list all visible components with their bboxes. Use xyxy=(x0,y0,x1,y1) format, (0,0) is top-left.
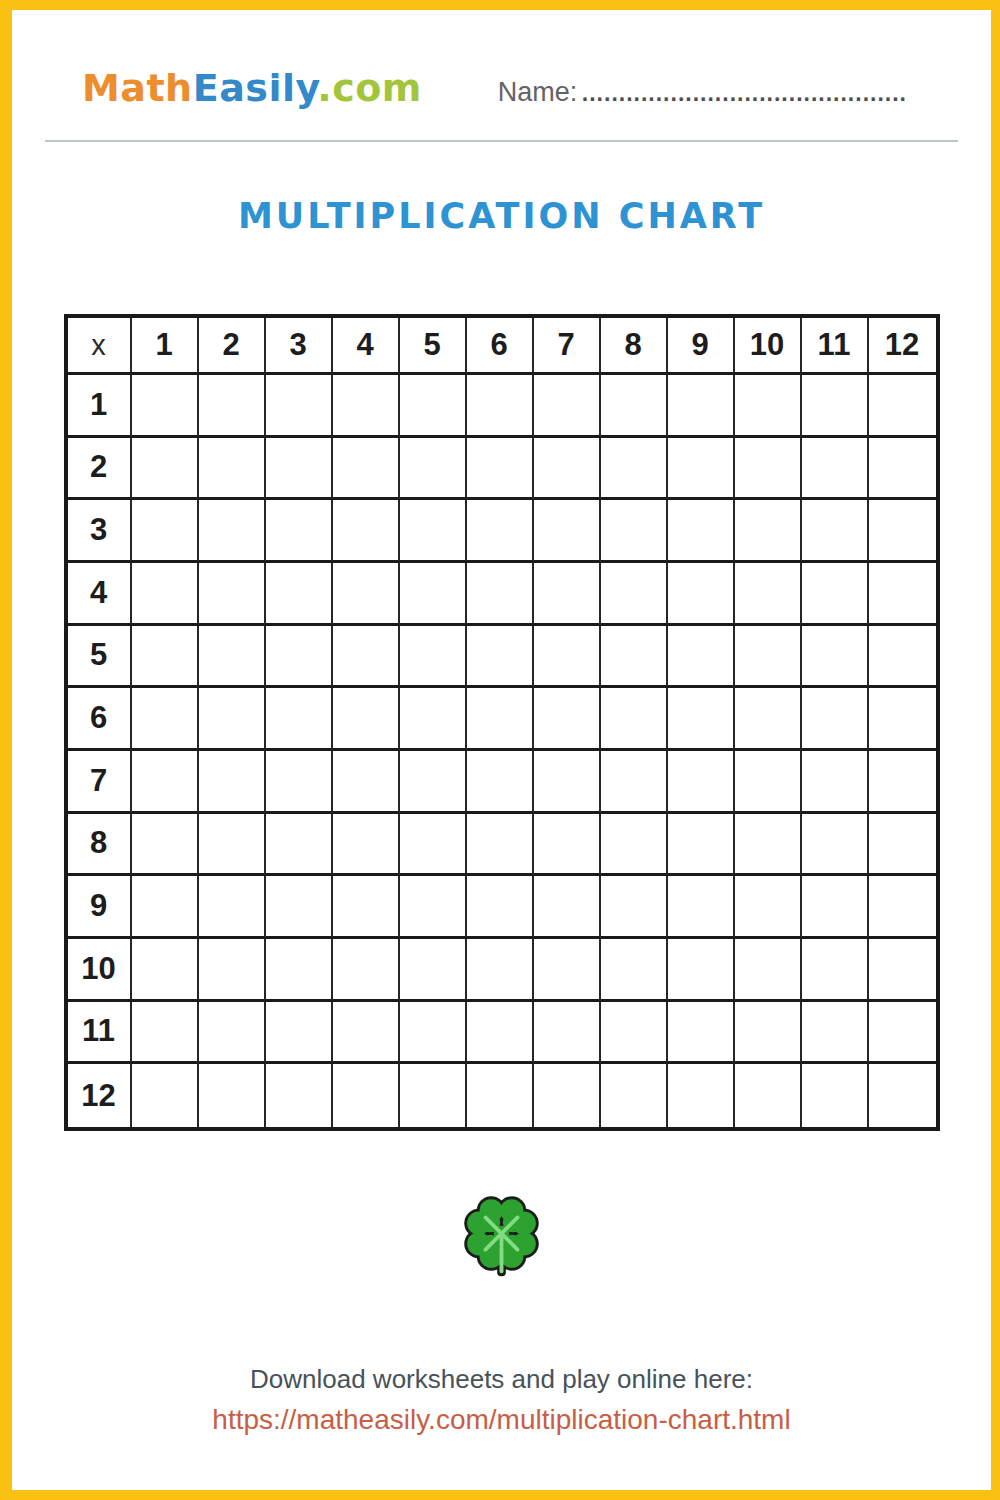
grid-cell xyxy=(534,563,601,626)
grid-cell xyxy=(601,939,668,1002)
grid-cell xyxy=(534,438,601,501)
logo-easily-part: Easily xyxy=(193,66,318,110)
grid-cell xyxy=(467,626,534,689)
grid-cell xyxy=(199,438,266,501)
grid-cell xyxy=(802,563,869,626)
grid-cell xyxy=(534,814,601,877)
grid-cell xyxy=(467,1002,534,1065)
grid-cell xyxy=(802,626,869,689)
grid-cell xyxy=(869,375,936,438)
grid-cell xyxy=(467,814,534,877)
grid-cell xyxy=(132,500,199,563)
grid-cell xyxy=(400,1002,467,1065)
grid-cell xyxy=(534,1002,601,1065)
grid-cell xyxy=(735,751,802,814)
grid-cell xyxy=(266,626,333,689)
grid-cell xyxy=(400,500,467,563)
grid-cell xyxy=(735,939,802,1002)
grid-cell xyxy=(601,626,668,689)
grid-cell xyxy=(132,1064,199,1127)
grid-cell xyxy=(802,438,869,501)
grid-cell xyxy=(601,375,668,438)
grid-col-header: 11 xyxy=(802,318,869,375)
grid-cell xyxy=(467,688,534,751)
grid-cell xyxy=(467,438,534,501)
grid-cell xyxy=(869,939,936,1002)
grid-cell xyxy=(132,1002,199,1065)
grid-cell xyxy=(400,563,467,626)
logo-com-part: .com xyxy=(317,66,422,110)
grid-col-header: 9 xyxy=(668,318,735,375)
grid-cell xyxy=(333,500,400,563)
grid-row-header: 5 xyxy=(68,626,132,689)
grid-col-header: 10 xyxy=(735,318,802,375)
grid-corner-cell: x xyxy=(68,318,132,375)
grid-cell xyxy=(601,500,668,563)
grid-cell xyxy=(132,438,199,501)
grid-cell xyxy=(534,688,601,751)
grid-cell xyxy=(400,814,467,877)
grid-cell xyxy=(199,688,266,751)
grid-cell xyxy=(132,814,199,877)
grid-cell xyxy=(400,876,467,939)
grid-cell xyxy=(467,563,534,626)
grid-cell xyxy=(266,1002,333,1065)
grid-cell xyxy=(132,939,199,1002)
grid-row-header: 2 xyxy=(68,438,132,501)
grid-cell xyxy=(199,1064,266,1127)
grid-cell xyxy=(802,1002,869,1065)
grid-cell xyxy=(735,626,802,689)
grid-cell xyxy=(199,814,266,877)
grid-cell xyxy=(802,751,869,814)
grid-cell xyxy=(132,626,199,689)
grid-cell xyxy=(601,438,668,501)
grid-cell xyxy=(333,375,400,438)
grid-cell xyxy=(869,688,936,751)
grid-cell xyxy=(400,375,467,438)
grid-col-header: 8 xyxy=(601,318,668,375)
matheasily-logo: MathEasily.com xyxy=(82,66,422,110)
grid-row-header: 3 xyxy=(68,500,132,563)
grid-cell xyxy=(266,500,333,563)
grid-cell xyxy=(735,500,802,563)
grid-cell xyxy=(869,438,936,501)
grid-col-header: 6 xyxy=(467,318,534,375)
page-header: MathEasily.com Name: ...................… xyxy=(12,10,991,110)
grid-cell xyxy=(266,1064,333,1127)
grid-cell xyxy=(333,438,400,501)
grid-row-header: 12 xyxy=(68,1064,132,1127)
grid-cell xyxy=(199,500,266,563)
grid-cell xyxy=(668,876,735,939)
grid-cell xyxy=(668,751,735,814)
name-field: Name: ..................................… xyxy=(498,77,907,108)
grid-cell xyxy=(266,939,333,1002)
grid-cell xyxy=(869,1002,936,1065)
grid-cell xyxy=(668,688,735,751)
grid-cell xyxy=(601,1002,668,1065)
footer-url: https://matheasily.com/multiplication-ch… xyxy=(12,1404,991,1436)
grid-cell xyxy=(333,626,400,689)
grid-cell xyxy=(601,814,668,877)
grid-cell xyxy=(534,626,601,689)
grid-cell xyxy=(802,939,869,1002)
grid-cell xyxy=(132,375,199,438)
grid-cell xyxy=(199,876,266,939)
grid-cell xyxy=(735,876,802,939)
name-label: Name: xyxy=(498,77,578,107)
grid-cell xyxy=(132,688,199,751)
grid-col-header: 1 xyxy=(132,318,199,375)
grid-cell xyxy=(735,563,802,626)
grid-cell xyxy=(400,1064,467,1127)
grid-row-header: 6 xyxy=(68,688,132,751)
grid-cell xyxy=(199,751,266,814)
grid-cell xyxy=(802,1064,869,1127)
grid-cell xyxy=(869,500,936,563)
grid-cell xyxy=(668,814,735,877)
grid-cell xyxy=(735,814,802,877)
grid-cell xyxy=(534,939,601,1002)
grid-cell xyxy=(668,438,735,501)
grid-cell xyxy=(333,939,400,1002)
grid-cell xyxy=(333,1064,400,1127)
grid-cell xyxy=(802,375,869,438)
grid-cell xyxy=(467,939,534,1002)
grid-row-header: 1 xyxy=(68,375,132,438)
grid-cell xyxy=(534,876,601,939)
grid-cell xyxy=(601,876,668,939)
grid-cell xyxy=(869,626,936,689)
grid-row-header: 4 xyxy=(68,563,132,626)
worksheet-page: MathEasily.com Name: ...................… xyxy=(0,0,1000,1500)
grid-cell xyxy=(467,500,534,563)
grid-cell xyxy=(534,500,601,563)
grid-cell xyxy=(869,563,936,626)
grid-cell xyxy=(400,751,467,814)
grid-cell xyxy=(601,1064,668,1127)
grid-cell xyxy=(869,814,936,877)
clover-wrap xyxy=(12,1185,991,1282)
grid-cell xyxy=(534,375,601,438)
grid-cell xyxy=(735,688,802,751)
grid-cell xyxy=(333,751,400,814)
multiplication-grid: x123456789101112123456789101112 xyxy=(64,314,940,1131)
grid-cell xyxy=(869,751,936,814)
grid-cell xyxy=(601,688,668,751)
grid-cell xyxy=(132,563,199,626)
grid-cell xyxy=(266,876,333,939)
grid-cell xyxy=(534,751,601,814)
grid-cell xyxy=(735,1064,802,1127)
grid-cell xyxy=(802,876,869,939)
grid-cell xyxy=(199,375,266,438)
grid-row-header: 8 xyxy=(68,814,132,877)
grid-cell xyxy=(199,563,266,626)
grid-cell xyxy=(668,626,735,689)
grid-cell xyxy=(668,375,735,438)
grid-cell xyxy=(266,751,333,814)
grid-col-header: 12 xyxy=(869,318,936,375)
page-title: MULTIPLICATION CHART xyxy=(12,196,991,236)
grid-col-header: 2 xyxy=(199,318,266,375)
logo-math-part: Math xyxy=(82,66,193,110)
grid-cell xyxy=(333,876,400,939)
grid-cell xyxy=(802,688,869,751)
grid-cell xyxy=(668,1064,735,1127)
grid-col-header: 5 xyxy=(400,318,467,375)
grid-cell xyxy=(735,375,802,438)
grid-cell xyxy=(869,876,936,939)
grid-cell xyxy=(467,876,534,939)
grid-col-header: 7 xyxy=(534,318,601,375)
grid-cell xyxy=(467,1064,534,1127)
grid-cell xyxy=(735,438,802,501)
grid-cell xyxy=(467,751,534,814)
grid-cell xyxy=(132,751,199,814)
grid-cell xyxy=(266,563,333,626)
grid-cell xyxy=(400,688,467,751)
grid-cell xyxy=(333,688,400,751)
grid-cell xyxy=(601,563,668,626)
grid-cell xyxy=(400,939,467,1002)
grid-cell xyxy=(668,500,735,563)
grid-row-header: 7 xyxy=(68,751,132,814)
grid-cell xyxy=(668,1002,735,1065)
grid-cell xyxy=(199,939,266,1002)
grid-cell xyxy=(266,375,333,438)
name-dotted-line: ........................................… xyxy=(582,80,907,106)
footer-text: Download worksheets and play online here… xyxy=(12,1364,991,1395)
grid-cell xyxy=(467,375,534,438)
grid-cell xyxy=(735,1002,802,1065)
grid-cell xyxy=(601,751,668,814)
header-divider xyxy=(45,140,958,142)
clover-icon xyxy=(453,1185,550,1282)
grid-col-header: 3 xyxy=(266,318,333,375)
grid-cell xyxy=(534,1064,601,1127)
grid-cell xyxy=(333,1002,400,1065)
grid-cell xyxy=(400,626,467,689)
grid-cell xyxy=(266,438,333,501)
grid-cell xyxy=(333,563,400,626)
grid-cell xyxy=(869,1064,936,1127)
grid-cell xyxy=(802,814,869,877)
grid-cell xyxy=(400,438,467,501)
grid-col-header: 4 xyxy=(333,318,400,375)
grid-cell xyxy=(132,876,199,939)
grid-cell xyxy=(266,814,333,877)
grid-cell xyxy=(802,500,869,563)
grid-cell xyxy=(199,1002,266,1065)
grid-cell xyxy=(199,626,266,689)
grid-cell xyxy=(266,688,333,751)
grid-row-header: 10 xyxy=(68,939,132,1002)
grid-cell xyxy=(333,814,400,877)
grid-row-header: 9 xyxy=(68,876,132,939)
grid-cell xyxy=(668,563,735,626)
grid-cell xyxy=(668,939,735,1002)
grid-row-header: 11 xyxy=(68,1002,132,1065)
